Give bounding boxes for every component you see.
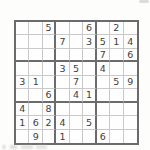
sudoku-cell-r5c8[interactable]: 5: [110, 76, 123, 89]
sudoku-cell-r4c5[interactable]: 5: [70, 62, 83, 75]
sudoku-cell-r1c4[interactable]: [56, 22, 69, 35]
sudoku-cell-r6c3[interactable]: 6: [43, 89, 56, 102]
sudoku-cell-r7c9[interactable]: [124, 103, 137, 116]
sudoku-cell-r4c9[interactable]: [124, 62, 137, 75]
scan-artifact-bottom: [3, 145, 53, 149]
sudoku-cell-r8c2[interactable]: 6: [29, 116, 42, 129]
sudoku-cell-r5c5[interactable]: 7: [70, 76, 83, 89]
sudoku-cell-r4c2[interactable]: [29, 62, 42, 75]
sudoku-cell-r8c6[interactable]: 5: [83, 116, 96, 129]
sudoku-cell-r6c5[interactable]: 4: [70, 89, 83, 102]
sudoku-cell-r9c2[interactable]: 9: [29, 130, 42, 143]
sudoku-cell-r2c5[interactable]: [70, 35, 83, 48]
sudoku-cell-r6c8[interactable]: [110, 89, 123, 102]
scan-artifact-top: [139, 0, 149, 3]
sudoku-cell-r3c4[interactable]: [56, 49, 69, 62]
sudoku-cell-r9c6[interactable]: [83, 130, 96, 143]
sudoku-cell-r7c6[interactable]: [83, 103, 96, 116]
sudoku-cell-r4c6[interactable]: [83, 62, 96, 75]
sudoku-cell-r8c3[interactable]: 2: [43, 116, 56, 129]
sudoku-cell-r1c2[interactable]: [29, 22, 42, 35]
sudoku-cell-r9c7[interactable]: 6: [97, 130, 110, 143]
sudoku-cell-r5c2[interactable]: 1: [29, 76, 42, 89]
sudoku-cell-r9c4[interactable]: 1: [56, 130, 69, 143]
sudoku-cell-r3c7[interactable]: 7: [97, 49, 110, 62]
sudoku-cell-r6c2[interactable]: [29, 89, 42, 102]
sudoku-cell-r6c1[interactable]: [16, 89, 29, 102]
sudoku-cell-r2c9[interactable]: 4: [124, 35, 137, 48]
sudoku-cell-r3c9[interactable]: 6: [124, 49, 137, 62]
sudoku-cell-r1c8[interactable]: 2: [110, 22, 123, 35]
sudoku-cell-r7c1[interactable]: 4: [16, 103, 29, 116]
sudoku-cell-r7c8[interactable]: [110, 103, 123, 116]
sudoku-cell-r6c4[interactable]: [56, 89, 69, 102]
sudoku-cell-r1c5[interactable]: [70, 22, 83, 35]
sudoku-cell-r2c6[interactable]: 3: [83, 35, 96, 48]
sudoku-cell-r4c3[interactable]: [43, 62, 56, 75]
sudoku-cell-r3c3[interactable]: [43, 49, 56, 62]
sudoku-cell-r1c3[interactable]: 5: [43, 22, 56, 35]
sudoku-cell-r3c6[interactable]: [83, 49, 96, 62]
sudoku-cell-r6c6[interactable]: 1: [83, 89, 96, 102]
sudoku-cell-r4c7[interactable]: 4: [97, 62, 110, 75]
sudoku-cell-r4c8[interactable]: [110, 62, 123, 75]
sudoku-cell-r6c9[interactable]: [124, 89, 137, 102]
sudoku-cell-r2c7[interactable]: 5: [97, 35, 110, 48]
sudoku-cell-r5c7[interactable]: [97, 76, 110, 89]
sudoku-cell-r2c2[interactable]: [29, 35, 42, 48]
sudoku-cell-r8c8[interactable]: [110, 116, 123, 129]
sudoku-cell-r4c4[interactable]: 3: [56, 62, 69, 75]
sudoku-cell-r8c9[interactable]: [124, 116, 137, 129]
sudoku-cell-r6c7[interactable]: [97, 89, 110, 102]
sudoku-cell-r8c5[interactable]: [70, 116, 83, 129]
sudoku-cell-r1c6[interactable]: 6: [83, 22, 96, 35]
sudoku-cell-r9c8[interactable]: [110, 130, 123, 143]
sudoku-cell-r1c1[interactable]: [16, 22, 29, 35]
sudoku-cell-r2c1[interactable]: [16, 35, 29, 48]
sudoku-cell-r1c9[interactable]: [124, 22, 137, 35]
sudoku-cell-r9c9[interactable]: [124, 130, 137, 143]
sudoku-cell-r8c1[interactable]: 1: [16, 116, 29, 129]
sudoku-cell-r5c6[interactable]: [83, 76, 96, 89]
sudoku-cell-r7c4[interactable]: [56, 103, 69, 116]
scanned-page: 5627351476354317596414816245916: [0, 0, 150, 150]
sudoku-cell-r5c4[interactable]: [56, 76, 69, 89]
sudoku-cell-r5c1[interactable]: 3: [16, 76, 29, 89]
sudoku-cell-r9c3[interactable]: [43, 130, 56, 143]
sudoku-cell-r3c8[interactable]: [110, 49, 123, 62]
sudoku-cell-r8c4[interactable]: 4: [56, 116, 69, 129]
sudoku-cell-r1c7[interactable]: [97, 22, 110, 35]
sudoku-cell-r2c8[interactable]: 1: [110, 35, 123, 48]
sudoku-cell-r9c1[interactable]: [16, 130, 29, 143]
sudoku-cell-r2c4[interactable]: 7: [56, 35, 69, 48]
sudoku-cell-r9c5[interactable]: [70, 130, 83, 143]
sudoku-cell-r7c2[interactable]: [29, 103, 42, 116]
sudoku-cell-r5c9[interactable]: 9: [124, 76, 137, 89]
sudoku-cell-r3c5[interactable]: [70, 49, 83, 62]
sudoku-cell-r3c2[interactable]: [29, 49, 42, 62]
sudoku-cell-r7c3[interactable]: 8: [43, 103, 56, 116]
sudoku-cell-r7c7[interactable]: [97, 103, 110, 116]
sudoku-cell-r5c3[interactable]: [43, 76, 56, 89]
sudoku-cell-r2c3[interactable]: [43, 35, 56, 48]
sudoku-board: 5627351476354317596414816245916: [14, 20, 139, 145]
sudoku-cell-r8c7[interactable]: [97, 116, 110, 129]
sudoku-cell-r4c1[interactable]: [16, 62, 29, 75]
sudoku-cell-r3c1[interactable]: [16, 49, 29, 62]
sudoku-cell-r7c5[interactable]: [70, 103, 83, 116]
